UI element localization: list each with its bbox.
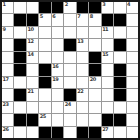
cell-r4c8[interactable]: 15 [102, 52, 113, 63]
clue-number: 25 [40, 114, 46, 119]
cell-r10c10[interactable] [127, 127, 138, 138]
cell-r10c2[interactable] [27, 127, 38, 138]
block-cell-r7c1 [14, 89, 25, 100]
cell-r8c7[interactable] [89, 102, 100, 113]
cell-r6c4[interactable]: 19 [52, 77, 63, 88]
block-cell-r7c5 [64, 89, 75, 100]
cell-r4c5[interactable] [64, 52, 75, 63]
cell-r7c6[interactable]: 22 [77, 89, 88, 100]
cell-r4c3[interactable] [39, 52, 50, 63]
cell-r2c1[interactable] [14, 27, 25, 38]
cell-r10c5[interactable] [64, 127, 75, 138]
cell-r4c2[interactable]: 14 [27, 52, 38, 63]
cell-r2c7[interactable] [89, 27, 100, 38]
cell-r9c10[interactable] [127, 114, 138, 125]
clue-number: 24 [65, 102, 71, 107]
cell-r8c6[interactable] [77, 102, 88, 113]
cell-r6c7[interactable]: 20 [89, 77, 100, 88]
cell-r2c9[interactable] [114, 27, 125, 38]
clue-number: 17 [3, 77, 9, 82]
clue-number: 4 [127, 2, 130, 7]
cell-r1c3[interactable]: 5 [39, 14, 50, 25]
block-cell-r5c7 [89, 64, 100, 75]
clue-number: 21 [27, 89, 33, 94]
cell-r1c6[interactable]: 7 [77, 14, 88, 25]
cell-r10c1[interactable] [14, 127, 25, 138]
cell-r4c4[interactable] [52, 52, 63, 63]
cell-r6c0[interactable]: 17 [2, 77, 13, 88]
block-cell-r3c1 [14, 39, 25, 50]
cell-r3c2[interactable]: 12 [27, 39, 38, 50]
cell-r8c9[interactable] [114, 102, 125, 113]
cell-r0c9[interactable] [114, 2, 125, 13]
clue-number: 1 [3, 2, 6, 7]
cell-r2c6[interactable] [77, 27, 88, 38]
cell-r0c0[interactable]: 1 [2, 2, 13, 13]
clue-number: 13 [77, 39, 83, 44]
cell-r7c7[interactable] [89, 89, 100, 100]
block-cell-r3c9 [114, 39, 125, 50]
cell-r6c5[interactable] [64, 77, 75, 88]
block-cell-r10c6 [77, 127, 88, 138]
clue-number: 9 [3, 27, 6, 32]
block-cell-r4c1 [14, 52, 25, 63]
block-cell-r6c3 [39, 77, 50, 88]
block-cell-r1c2 [27, 14, 38, 25]
cell-r8c0[interactable]: 23 [2, 102, 13, 113]
cell-r9c6[interactable] [77, 114, 88, 125]
cell-r4c6[interactable] [77, 52, 88, 63]
block-cell-r5c3 [39, 64, 50, 75]
block-cell-r1c9 [114, 14, 125, 25]
cell-r5c5[interactable] [64, 64, 75, 75]
cell-r6c8[interactable] [102, 77, 113, 88]
block-cell-r9c9 [114, 114, 125, 125]
block-cell-r6c9 [114, 77, 125, 88]
cell-r7c4[interactable] [52, 89, 63, 100]
block-cell-r1c8 [102, 14, 113, 25]
cell-r5c4[interactable]: 16 [52, 64, 63, 75]
cell-r8c5[interactable]: 24 [64, 102, 75, 113]
cell-r6c2[interactable] [27, 77, 38, 88]
cell-r9c0[interactable] [2, 114, 13, 125]
cell-r2c10[interactable] [127, 27, 138, 38]
block-cell-r10c7 [89, 127, 100, 138]
clue-number: 10 [27, 27, 33, 32]
cell-r0c8[interactable]: 3 [102, 2, 113, 13]
cell-r8c8[interactable] [102, 102, 113, 113]
block-cell-r0c7 [89, 2, 100, 13]
clue-number: 8 [90, 14, 93, 19]
cell-r3c8[interactable] [102, 39, 113, 50]
clue-number: 11 [102, 27, 108, 32]
clue-number: 20 [90, 77, 96, 82]
block-cell-r10c3 [39, 127, 50, 138]
cell-r1c10[interactable] [127, 14, 138, 25]
cell-r2c4[interactable] [52, 27, 63, 38]
cell-r7c10[interactable] [127, 89, 138, 100]
cell-r3c4[interactable] [52, 39, 63, 50]
clue-number: 27 [102, 127, 108, 132]
cell-r7c2[interactable]: 21 [27, 89, 38, 100]
crossword-puzzle: 1234567891011121314151617192021222324252… [0, 0, 140, 140]
cell-r9c7[interactable] [89, 114, 100, 125]
block-cell-r0c4 [52, 2, 63, 13]
cell-r0c1[interactable] [14, 2, 25, 13]
block-cell-r9c2 [27, 114, 38, 125]
cell-r6c6[interactable] [77, 77, 88, 88]
cell-r0c2[interactable] [27, 2, 38, 13]
cell-r5c10[interactable] [127, 64, 138, 75]
cell-r7c8[interactable] [102, 89, 113, 100]
cell-r8c2[interactable] [27, 102, 38, 113]
cell-r3c0[interactable] [2, 39, 13, 50]
cell-r2c5[interactable] [64, 27, 75, 38]
block-cell-r1c1 [14, 14, 25, 25]
clue-number: 23 [3, 102, 9, 107]
block-cell-r9c8 [102, 114, 113, 125]
clue-number: 22 [77, 89, 83, 94]
block-cell-r5c1 [14, 64, 25, 75]
cell-r5c0[interactable] [2, 64, 13, 75]
block-cell-r4c7 [89, 52, 100, 63]
clue-number: 3 [102, 2, 105, 7]
cell-r7c3[interactable] [39, 89, 50, 100]
crossword-board[interactable]: 1234567891011121314151617192021222324252… [0, 0, 140, 140]
cell-r1c0[interactable] [2, 14, 13, 25]
clue-number: 26 [3, 127, 9, 132]
cell-r9c3[interactable]: 25 [39, 114, 50, 125]
cell-r8c1[interactable] [14, 102, 25, 113]
cell-r5c6[interactable] [77, 64, 88, 75]
block-cell-r10c4 [52, 127, 63, 138]
cell-r4c10[interactable] [127, 52, 138, 63]
cell-r10c0[interactable]: 26 [2, 127, 13, 138]
cell-r6c10[interactable] [127, 77, 138, 88]
clue-number: 5 [40, 14, 43, 19]
block-cell-r9c1 [14, 114, 25, 125]
cell-r3c7[interactable] [89, 39, 100, 50]
cell-r10c9[interactable] [114, 127, 125, 138]
cell-r6c1[interactable] [14, 77, 25, 88]
clue-number: 2 [65, 2, 68, 7]
cell-r10c8[interactable]: 27 [102, 127, 113, 138]
cell-r1c7[interactable]: 8 [89, 14, 100, 25]
cell-r8c3[interactable] [39, 102, 50, 113]
cell-r5c2[interactable] [27, 64, 38, 75]
cell-r2c0[interactable]: 9 [2, 27, 13, 38]
cell-r1c5[interactable] [64, 14, 75, 25]
cell-r5c8[interactable] [102, 64, 113, 75]
block-cell-r7c9 [114, 89, 125, 100]
block-cell-r3c5 [64, 39, 75, 50]
clue-number: 19 [52, 77, 58, 82]
cell-r2c3[interactable] [39, 27, 50, 38]
cell-r0c5[interactable]: 2 [64, 2, 75, 13]
clue-number: 6 [52, 14, 55, 19]
cell-r0c10[interactable]: 4 [127, 2, 138, 13]
clue-number: 12 [27, 39, 33, 44]
cell-r3c3[interactable] [39, 39, 50, 50]
clue-number: 7 [77, 14, 80, 19]
cell-r4c0[interactable] [2, 52, 13, 63]
cell-r3c6[interactable]: 13 [77, 39, 88, 50]
block-cell-r5c9 [114, 64, 125, 75]
cell-r4c9[interactable] [114, 52, 125, 63]
cell-r2c8[interactable]: 11 [102, 27, 113, 38]
cell-r1c4[interactable]: 6 [52, 14, 63, 25]
cell-r3c10[interactable] [127, 39, 138, 50]
cell-r8c10[interactable] [127, 102, 138, 113]
clue-number: 15 [102, 52, 108, 57]
cell-r9c4[interactable] [52, 114, 63, 125]
block-cell-r0c6 [77, 2, 88, 13]
clue-number: 14 [27, 52, 33, 57]
cell-r8c4[interactable] [52, 102, 63, 113]
cell-r2c2[interactable]: 10 [27, 27, 38, 38]
cell-r9c5[interactable] [64, 114, 75, 125]
cell-r7c0[interactable] [2, 89, 13, 100]
block-cell-r0c3 [39, 2, 50, 13]
clue-number: 16 [52, 64, 58, 69]
